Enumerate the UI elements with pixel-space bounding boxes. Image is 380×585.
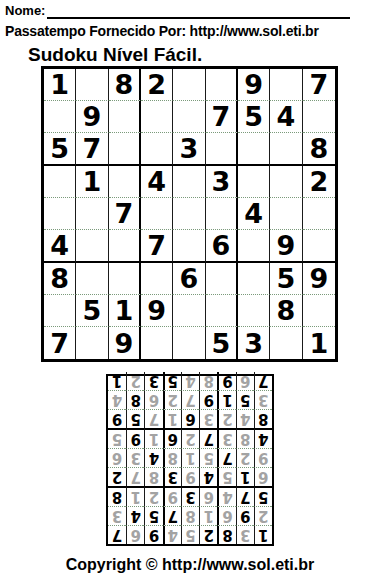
cell-r3c2: 7 [76,133,108,166]
cell-r6c8: 9 [270,230,302,263]
name-row: Nome: [5,3,350,19]
cell-r1c9: 7 [303,69,335,101]
solution-cell-r5c1: 9 [254,448,272,467]
cell-r8c4: 9 [141,295,173,327]
solution-cell-r3c9: 8 [108,486,126,506]
solution-cell-r1c8: 6 [126,525,144,544]
cell-r4c2: 1 [76,166,108,198]
solution-cell-r1c3: 8 [217,525,235,544]
cell-r9c8[interactable] [270,327,302,359]
cell-r3c8[interactable] [270,133,302,166]
cell-r5c9[interactable] [303,198,335,230]
solution-cell-r9c9: 1 [108,372,126,390]
cell-r4c6: 3 [206,166,238,198]
cell-r4c3[interactable] [109,166,141,198]
cell-r3c7[interactable] [238,133,270,166]
solution-cell-r7c4: 3 [199,409,217,428]
solution-cell-r4c9: 2 [108,467,126,486]
cell-r3c5: 3 [173,133,205,166]
solution-cell-r6c2: 8 [236,428,254,448]
cell-r7c2[interactable] [76,263,108,295]
solution-cell-r3c4: 6 [199,486,217,506]
solution-cell-r7c8: 5 [126,409,144,428]
solution-cell-r5c7: 4 [144,448,162,467]
solution-cell-r2c4: 1 [199,506,217,525]
cell-r2c2: 9 [76,101,108,133]
cell-r4c4: 4 [141,166,173,198]
cell-r8c9[interactable] [303,295,335,327]
cell-r1c1: 1 [44,69,76,101]
solution-cell-r4c6: 3 [163,467,181,486]
cell-r1c3: 8 [109,69,141,101]
solution-cell-r6c3: 3 [217,428,235,448]
cell-r2c8: 4 [270,101,302,133]
cell-r7c1: 8 [44,263,76,295]
sudoku-grid: 182979754573814327447698659519879531 [41,66,338,362]
solution-cell-r6c6: 6 [163,428,181,448]
solution-cell-r3c5: 3 [181,486,199,506]
solution-cell-r8c5: 7 [181,390,199,409]
solution-cell-r2c6: 7 [163,506,181,525]
solution-cell-r1c9: 7 [108,525,126,544]
solution-cell-r4c7: 8 [144,467,162,486]
solution-cell-r7c5: 6 [181,409,199,428]
solution-cell-r2c7: 5 [144,506,162,525]
solution-cell-r2c2: 9 [236,506,254,525]
cell-r2c1[interactable] [44,101,76,133]
solution-cell-r9c3: 9 [217,372,235,390]
solution-cell-r8c9: 4 [108,390,126,409]
solution-cell-r3c8: 1 [126,486,144,506]
cell-r8c1[interactable] [44,295,76,327]
cell-r3c1: 5 [44,133,76,166]
cell-r9c6: 5 [206,327,238,359]
cell-r2c7: 5 [238,101,270,133]
cell-r6c4: 7 [141,230,173,263]
solution-cell-r3c7: 2 [144,486,162,506]
solution-cell-r6c1: 4 [254,428,272,448]
solution-cell-r4c2: 1 [236,467,254,486]
cell-r3c9: 8 [303,133,335,166]
solution-cell-r6c4: 7 [199,428,217,448]
cell-r5c1[interactable] [44,198,76,230]
cell-r5c7: 4 [238,198,270,230]
cell-r4c5[interactable] [173,166,205,198]
cell-r8c8: 8 [270,295,302,327]
solution-cell-r9c1: 7 [254,372,272,390]
solution-cell-r5c6: 8 [163,448,181,467]
cell-r5c8[interactable] [270,198,302,230]
cell-r7c3[interactable] [109,263,141,295]
solution-cell-r2c9: 3 [108,506,126,525]
cell-r2c4[interactable] [141,101,173,133]
solution-cell-r1c7: 9 [144,525,162,544]
solution-cell-r7c3: 2 [217,409,235,428]
solution-cell-r8c7: 6 [144,390,162,409]
cell-r4c7[interactable] [238,166,270,198]
solution-cell-r6c9: 5 [108,428,126,448]
cell-r2c9[interactable] [303,101,335,133]
name-label: Nome: [5,3,45,19]
solution-cell-r7c1: 8 [254,409,272,428]
solution-cell-r8c8: 8 [126,390,144,409]
solution-cell-r5c8: 3 [126,448,144,467]
solution-cell-r1c5: 5 [181,525,199,544]
solution-cell-r9c8: 2 [126,372,144,390]
cell-r1c6[interactable] [206,69,238,101]
solution-cell-r8c2: 5 [236,390,254,409]
cell-r6c9[interactable] [303,230,335,263]
cell-r5c5[interactable] [173,198,205,230]
cell-r6c2[interactable] [76,230,108,263]
solution-cell-r1c4: 2 [199,525,217,544]
cell-r5c2[interactable] [76,198,108,230]
solution-cell-r6c7: 1 [144,428,162,448]
cell-r2c3[interactable] [109,101,141,133]
cell-r9c4[interactable] [141,327,173,359]
solution-cell-r5c9: 6 [108,448,126,467]
cell-r3c3[interactable] [109,133,141,166]
sudoku-sheet: Nome: Passatempo Fornecido Por: http://w… [0,0,380,585]
cell-r1c4: 2 [141,69,173,101]
solution-cell-r9c5: 4 [181,372,199,390]
cell-r1c2[interactable] [76,69,108,101]
cell-r9c7: 3 [238,327,270,359]
cell-r9c5[interactable] [173,327,205,359]
copyright-text: Copyright © http://www.sol.eti.br [0,556,380,574]
cell-r8c2: 5 [76,295,108,327]
solution-grid-rotated: 1382549672961875435746392186154938729275… [106,374,274,546]
solution-cell-r8c3: 1 [217,390,235,409]
solution-cell-r4c3: 5 [217,467,235,486]
cell-r6c5[interactable] [173,230,205,263]
cell-r4c8[interactable] [270,166,302,198]
solution-cell-r4c8: 7 [126,467,144,486]
solution-cell-r7c9: 9 [108,409,126,428]
cell-r6c7[interactable] [238,230,270,263]
cell-r4c1[interactable] [44,166,76,198]
cell-r9c1: 7 [44,327,76,359]
solution-cell-r3c3: 4 [217,486,235,506]
solution-cell-r2c5: 8 [181,506,199,525]
page-title: Sudoku Nível Fácil. [28,44,202,66]
solution-cell-r3c1: 5 [254,486,272,506]
solution-cell-r8c1: 3 [254,390,272,409]
cell-r3c6[interactable] [206,133,238,166]
cell-r3c4[interactable] [141,133,173,166]
solution-cell-r8c4: 9 [199,390,217,409]
cell-r6c6: 6 [206,230,238,263]
cell-r5c3: 7 [109,198,141,230]
solution-cell-r6c8: 9 [126,428,144,448]
solution-cell-r5c5: 1 [181,448,199,467]
cell-r4c9: 2 [303,166,335,198]
solution-cell-r9c7: 3 [144,372,162,390]
cell-r7c7[interactable] [238,263,270,295]
solution-cell-r5c2: 2 [236,448,254,467]
solution-cell-r5c4: 5 [199,448,217,467]
cell-r2c5[interactable] [173,101,205,133]
cell-r7c8: 5 [270,263,302,295]
provided-by-text: Passatempo Fornecido Por: http://www.sol… [5,23,319,39]
cell-r9c2[interactable] [76,327,108,359]
cell-r5c6[interactable] [206,198,238,230]
solution-cell-r2c8: 4 [126,506,144,525]
cell-r1c8[interactable] [270,69,302,101]
solution-cell-r1c1: 1 [254,525,272,544]
cell-r1c7: 9 [238,69,270,101]
solution-cell-r2c1: 2 [254,506,272,525]
solution-cell-r9c6: 5 [163,372,181,390]
cell-r6c3[interactable] [109,230,141,263]
cell-r8c7[interactable] [238,295,270,327]
cell-r7c9: 9 [303,263,335,295]
cell-r7c4[interactable] [141,263,173,295]
cell-r9c9: 1 [303,327,335,359]
cell-r6c1: 4 [44,230,76,263]
solution-cell-r9c4: 8 [199,372,217,390]
solution-cell-r4c5: 9 [181,467,199,486]
cell-r2c6: 7 [206,101,238,133]
cell-r1c5[interactable] [173,69,205,101]
solution-cell-r5c3: 7 [217,448,235,467]
cell-r8c3: 1 [109,295,141,327]
cell-r7c5: 6 [173,263,205,295]
cell-r5c4[interactable] [141,198,173,230]
solution-cell-r3c6: 9 [163,486,181,506]
cell-r8c5[interactable] [173,295,205,327]
solution-cell-r2c3: 6 [217,506,235,525]
solution-cell-r6c5: 2 [181,428,199,448]
cell-r9c3: 9 [109,327,141,359]
solution-cell-r7c7: 7 [144,409,162,428]
solution-cell-r4c4: 4 [199,467,217,486]
solution-cell-r1c6: 4 [163,525,181,544]
solution-cell-r3c2: 7 [236,486,254,506]
cell-r7c6[interactable] [206,263,238,295]
solution-cell-r8c6: 2 [163,390,181,409]
cell-r8c6[interactable] [206,295,238,327]
solution-cell-r7c6: 1 [163,409,181,428]
solution-cell-r4c1: 6 [254,467,272,486]
solution-cell-r1c2: 3 [236,525,254,544]
name-blank-line [47,3,350,19]
solution-cell-r9c2: 6 [236,372,254,390]
solution-cell-r7c2: 4 [236,409,254,428]
